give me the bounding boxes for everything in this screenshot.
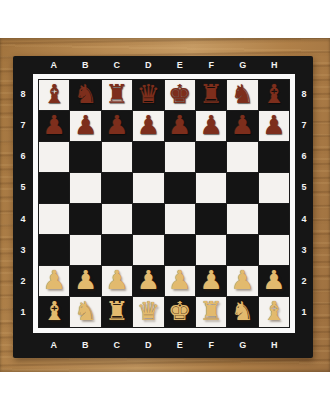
square-b1[interactable]: ♞ [70,297,100,327]
file-label-bottom-b: B [70,341,102,350]
square-a1[interactable]: ♝ [39,297,69,327]
square-a2[interactable]: ♟ [39,266,69,296]
piece-black-bishop[interactable]: ♝ [262,81,285,107]
square-g7[interactable]: ♟ [227,111,257,141]
square-f2[interactable]: ♟ [196,266,226,296]
square-e7[interactable]: ♟ [165,111,195,141]
square-h4[interactable] [259,204,289,234]
piece-white-rook[interactable]: ♜ [199,298,222,324]
piece-white-king[interactable]: ♚ [168,298,191,324]
rank-label-left-1: 1 [13,308,33,317]
square-h6[interactable] [259,142,289,172]
square-f5[interactable] [196,173,226,203]
piece-white-knight[interactable]: ♞ [231,298,254,324]
rank-label-right-1: 1 [295,308,313,317]
square-g6[interactable] [227,142,257,172]
file-label-top-e: E [164,61,196,70]
piece-black-pawn[interactable]: ♟ [231,112,254,138]
piece-black-pawn[interactable]: ♟ [262,112,285,138]
square-f1[interactable]: ♜ [196,297,226,327]
piece-white-bishop[interactable]: ♝ [262,298,285,324]
square-d1[interactable]: ♛ [133,297,163,327]
board-inner-margin: ♝♞♜♛♚♜♞♝♟♟♟♟♟♟♟♟♟♟♟♟♟♟♟♟♝♞♜♛♚♜♞♝ [33,74,295,333]
piece-black-pawn[interactable]: ♟ [43,112,66,138]
rank-label-left-7: 7 [13,121,33,130]
square-h5[interactable] [259,173,289,203]
rank-label-right-2: 2 [295,277,313,286]
piece-black-rook[interactable]: ♜ [105,81,128,107]
rank-label-left-4: 4 [13,215,33,224]
product-photo-background: ABCDEFGH 87654321 ♝♞♜♛♚♜♞♝♟♟♟♟♟♟♟♟♟♟♟♟♟♟… [0,0,330,410]
square-c6[interactable] [102,142,132,172]
piece-white-pawn[interactable]: ♟ [137,267,160,293]
square-d8[interactable]: ♛ [133,80,163,110]
rank-label-right-3: 3 [295,246,313,255]
rank-label-left-3: 3 [13,246,33,255]
square-f8[interactable]: ♜ [196,80,226,110]
file-label-bottom-f: F [196,341,228,350]
piece-white-rook[interactable]: ♜ [105,298,128,324]
square-b3[interactable] [70,235,100,265]
file-label-bottom-e: E [164,341,196,350]
square-b2[interactable]: ♟ [70,266,100,296]
square-d4[interactable] [133,204,163,234]
square-g3[interactable] [227,235,257,265]
file-label-bottom-g: G [227,341,259,350]
rank-label-right-7: 7 [295,121,313,130]
piece-white-pawn[interactable]: ♟ [199,267,222,293]
square-g2[interactable]: ♟ [227,266,257,296]
piece-black-knight[interactable]: ♞ [74,81,97,107]
square-g4[interactable] [227,204,257,234]
file-labels-bottom: ABCDEFGH [33,333,295,358]
rank-label-left-8: 8 [13,90,33,99]
square-c8[interactable]: ♜ [102,80,132,110]
piece-black-pawn[interactable]: ♟ [137,112,160,138]
file-label-top-b: B [70,61,102,70]
rank-label-left-6: 6 [13,152,33,161]
square-c5[interactable] [102,173,132,203]
square-h1[interactable]: ♝ [259,297,289,327]
piece-white-knight[interactable]: ♞ [74,298,97,324]
file-label-top-g: G [227,61,259,70]
square-b7[interactable]: ♟ [70,111,100,141]
square-a7[interactable]: ♟ [39,111,69,141]
file-label-top-d: D [133,61,165,70]
file-label-bottom-c: C [101,341,133,350]
square-a5[interactable] [39,173,69,203]
square-c7[interactable]: ♟ [102,111,132,141]
file-label-bottom-a: A [38,341,70,350]
square-a8[interactable]: ♝ [39,80,69,110]
piece-white-queen[interactable]: ♛ [137,298,160,324]
piece-white-bishop[interactable]: ♝ [43,298,66,324]
piece-black-pawn[interactable]: ♟ [168,112,191,138]
piece-black-pawn[interactable]: ♟ [199,112,222,138]
file-label-top-c: C [101,61,133,70]
piece-black-bishop[interactable]: ♝ [43,81,66,107]
piece-black-knight[interactable]: ♞ [231,81,254,107]
square-e3[interactable] [165,235,195,265]
square-f4[interactable] [196,204,226,234]
square-h2[interactable]: ♟ [259,266,289,296]
piece-black-queen[interactable]: ♛ [137,81,160,107]
file-label-top-f: F [196,61,228,70]
square-b6[interactable] [70,142,100,172]
square-f6[interactable] [196,142,226,172]
square-e1[interactable]: ♚ [165,297,195,327]
chess-board: ♝♞♜♛♚♜♞♝♟♟♟♟♟♟♟♟♟♟♟♟♟♟♟♟♝♞♜♛♚♜♞♝ [38,79,290,328]
piece-black-pawn[interactable]: ♟ [105,112,128,138]
board-frame: ABCDEFGH 87654321 ♝♞♜♛♚♜♞♝♟♟♟♟♟♟♟♟♟♟♟♟♟♟… [13,56,313,358]
piece-white-pawn[interactable]: ♟ [43,267,66,293]
square-c1[interactable]: ♜ [102,297,132,327]
rank-label-right-6: 6 [295,152,313,161]
file-label-top-a: A [38,61,70,70]
file-label-bottom-d: D [133,341,165,350]
square-a4[interactable] [39,204,69,234]
square-b5[interactable] [70,173,100,203]
square-c3[interactable] [102,235,132,265]
square-h7[interactable]: ♟ [259,111,289,141]
square-e8[interactable]: ♚ [165,80,195,110]
rank-label-right-5: 5 [295,183,313,192]
piece-black-king[interactable]: ♚ [168,81,191,107]
file-label-top-h: H [259,61,291,70]
rank-labels-left: 87654321 [13,74,33,333]
piece-white-pawn[interactable]: ♟ [105,267,128,293]
square-c4[interactable] [102,204,132,234]
piece-white-pawn[interactable]: ♟ [262,267,285,293]
square-d3[interactable] [133,235,163,265]
square-e6[interactable] [165,142,195,172]
square-h8[interactable]: ♝ [259,80,289,110]
piece-black-rook[interactable]: ♜ [199,81,222,107]
square-d2[interactable]: ♟ [133,266,163,296]
square-a3[interactable] [39,235,69,265]
rank-label-left-5: 5 [13,183,33,192]
piece-white-pawn[interactable]: ♟ [74,267,97,293]
square-d7[interactable]: ♟ [133,111,163,141]
square-f3[interactable] [196,235,226,265]
rank-label-right-4: 4 [295,215,313,224]
rank-label-right-8: 8 [295,90,313,99]
square-a6[interactable] [39,142,69,172]
rank-labels-right: 87654321 [295,74,313,333]
piece-white-pawn[interactable]: ♟ [168,267,191,293]
square-e5[interactable] [165,173,195,203]
piece-black-pawn[interactable]: ♟ [74,112,97,138]
square-b4[interactable] [70,204,100,234]
square-f7[interactable]: ♟ [196,111,226,141]
square-g5[interactable] [227,173,257,203]
square-b8[interactable]: ♞ [70,80,100,110]
square-c2[interactable]: ♟ [102,266,132,296]
square-e4[interactable] [165,204,195,234]
file-labels-top: ABCDEFGH [33,56,295,74]
file-label-bottom-h: H [259,341,291,350]
square-g8[interactable]: ♞ [227,80,257,110]
square-d6[interactable] [133,142,163,172]
square-h3[interactable] [259,235,289,265]
square-g1[interactable]: ♞ [227,297,257,327]
square-e2[interactable]: ♟ [165,266,195,296]
rank-label-left-2: 2 [13,277,33,286]
square-d5[interactable] [133,173,163,203]
piece-white-pawn[interactable]: ♟ [231,267,254,293]
